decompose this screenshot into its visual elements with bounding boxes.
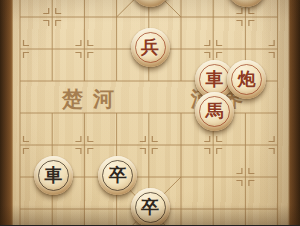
piece-unknown-unknown-e2[interactable]: [131, 0, 170, 7]
piece-character: 卒: [141, 198, 159, 216]
board-frame-right: [288, 0, 300, 225]
piece-character: 炮: [238, 70, 256, 88]
piece-red-cannon-h5[interactable]: 炮: [227, 60, 266, 99]
piece-black-soldier-e9[interactable]: 卒: [131, 188, 170, 226]
piece-character: 兵: [141, 38, 159, 56]
board-frame-left: [0, 0, 13, 225]
piece-character: 車: [205, 70, 223, 88]
piece-red-horse-g6[interactable]: 馬: [195, 92, 234, 131]
piece-black-chariot-b8[interactable]: 車: [34, 156, 73, 195]
piece-red-soldier-e4[interactable]: 兵: [131, 28, 170, 67]
piece-character: 車: [44, 166, 62, 184]
piece-black-soldier-d8[interactable]: 卒: [98, 156, 137, 195]
xiangqi-board[interactable]: 楚河 漢界 兵車炮馬車卒卒: [0, 0, 300, 225]
piece-unknown-unknown-h2[interactable]: [227, 0, 266, 7]
piece-character: 卒: [109, 166, 127, 184]
pieces-layer: 兵車炮馬車卒卒: [0, 0, 300, 225]
piece-character: 馬: [205, 102, 223, 120]
